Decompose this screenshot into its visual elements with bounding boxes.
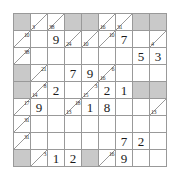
clue-cell-r8-c1: 3 — [31, 150, 48, 167]
digit: 5 — [133, 48, 149, 64]
digit-cell-r5-c1[interactable]: 9 — [31, 99, 48, 116]
digit-cell-r8-c2[interactable]: 1 — [48, 150, 65, 167]
across-clue: 16 — [109, 151, 114, 157]
digit-cell-r7-c6[interactable]: 7 — [116, 133, 133, 150]
empty-cell-r1-c1[interactable] — [31, 31, 48, 48]
down-clue: 31 — [117, 24, 122, 30]
empty-cell-r6-c8[interactable] — [150, 116, 167, 133]
clue-cell-r8-c5: 16 — [99, 150, 116, 167]
empty-cell-r6-c2[interactable] — [48, 116, 65, 133]
block-cell-r4-c7 — [133, 82, 150, 99]
block-cell-r8-c0 — [14, 150, 31, 167]
digit: 3 — [150, 48, 166, 64]
empty-cell-r7-c1[interactable] — [31, 133, 48, 150]
clue-cell-r0-c1: 3 — [31, 14, 48, 31]
clue-cell-r3-c1: 21 — [31, 65, 48, 82]
empty-cell-r1-c7[interactable] — [133, 31, 150, 48]
digit: 7 — [116, 133, 132, 149]
empty-cell-r3-c2[interactable] — [48, 65, 65, 82]
down-clue: 15 — [83, 92, 88, 98]
empty-cell-r2-c4[interactable] — [82, 48, 99, 65]
digit: 8 — [99, 99, 115, 115]
digit: 9 — [48, 31, 64, 47]
digit: 9 — [82, 65, 98, 81]
digit-cell-r4-c6[interactable]: 1 — [116, 82, 133, 99]
clue-cell-r1-c3: 24 — [65, 31, 82, 48]
digit: 9 — [31, 99, 47, 115]
clue-cell-r4-c4: 315 — [82, 82, 99, 99]
empty-cell-r7-c2[interactable] — [48, 133, 65, 150]
digit-cell-r7-c7[interactable]: 2 — [133, 133, 150, 150]
empty-cell-r5-c7[interactable] — [133, 99, 150, 116]
across-clue: 10 — [109, 32, 114, 38]
clue-cell-r5-c3: 1813 — [65, 99, 82, 116]
clue-cell-r1-c5: 10 — [99, 31, 116, 48]
block-cell-r0-c0 — [14, 14, 31, 31]
digit-cell-r8-c6[interactable]: 9 — [116, 150, 133, 167]
down-clue: 14 — [32, 92, 37, 98]
across-clue: 38 — [24, 49, 29, 55]
down-clue: 38 — [49, 24, 54, 30]
block-cell-r0-c4 — [82, 14, 99, 31]
digit-cell-r5-c4[interactable]: 1 — [82, 99, 99, 116]
down-clue: 3 — [32, 24, 35, 30]
across-clue: 10 — [24, 32, 29, 38]
digit: 2 — [65, 150, 81, 166]
block-cell-r8-c4 — [82, 150, 99, 167]
across-clue: 21 — [41, 66, 46, 72]
digit-cell-r4-c5[interactable]: 2 — [99, 82, 116, 99]
down-clue: 16 — [100, 24, 105, 30]
empty-cell-r7-c4[interactable] — [82, 133, 99, 150]
empty-cell-r3-c8[interactable] — [150, 65, 167, 82]
block-cell-r0-c7 — [133, 14, 150, 31]
digit-cell-r2-c7[interactable]: 5 — [133, 48, 150, 65]
block-cell-r0-c3 — [65, 14, 82, 31]
digit-cell-r1-c2[interactable]: 9 — [48, 31, 65, 48]
empty-cell-r2-c3[interactable] — [65, 48, 82, 65]
digit: 1 — [48, 150, 64, 166]
empty-cell-r6-c3[interactable] — [65, 116, 82, 133]
block-cell-r3-c0 — [14, 65, 31, 82]
empty-cell-r6-c6[interactable] — [116, 116, 133, 133]
digit: 2 — [48, 82, 64, 98]
clue-cell-r4-c1: 814 — [31, 82, 48, 99]
digit-cell-r2-c8[interactable]: 3 — [150, 48, 167, 65]
clue-cell-r6-c0: 31 — [14, 116, 31, 133]
empty-cell-r5-c6[interactable] — [116, 99, 133, 116]
empty-cell-r7-c3[interactable] — [65, 133, 82, 150]
across-clue: 3 — [44, 151, 47, 157]
across-clue: 3 — [95, 83, 98, 89]
empty-cell-r3-c7[interactable] — [133, 65, 150, 82]
kakuro-board: 3381631109241010743853217961681423152117… — [13, 13, 167, 167]
digit: 2 — [99, 82, 115, 98]
empty-cell-r6-c4[interactable] — [82, 116, 99, 133]
digit-cell-r5-c5[interactable]: 8 — [99, 99, 116, 116]
empty-cell-r3-c6[interactable] — [116, 65, 133, 82]
empty-cell-r7-c8[interactable] — [150, 133, 167, 150]
block-cell-r4-c0 — [14, 82, 31, 99]
block-cell-r4-c8 — [150, 82, 167, 99]
clue-cell-r3-c5: 616 — [99, 65, 116, 82]
block-cell-r0-c8 — [150, 14, 167, 31]
empty-cell-r7-c5[interactable] — [99, 133, 116, 150]
down-clue: 4 — [151, 41, 154, 47]
empty-cell-r4-c3[interactable] — [65, 82, 82, 99]
digit: 9 — [116, 150, 132, 166]
digit: 7 — [116, 31, 132, 47]
clue-cell-r5-c0: 17 — [14, 99, 31, 116]
down-clue: 16 — [100, 75, 105, 81]
across-clue: 8 — [44, 83, 47, 89]
empty-cell-r6-c7[interactable] — [133, 116, 150, 133]
clue-cell-r1-c8: 4 — [150, 31, 167, 48]
empty-cell-r6-c1[interactable] — [31, 116, 48, 133]
digit: 1 — [82, 99, 98, 115]
down-clue: 24 — [66, 41, 71, 47]
clue-cell-r2-c0: 38 — [14, 48, 31, 65]
down-clue: 13 — [151, 109, 156, 115]
empty-cell-r2-c2[interactable] — [48, 48, 65, 65]
empty-cell-r6-c5[interactable] — [99, 116, 116, 133]
clue-cell-r1-c0: 10 — [14, 31, 31, 48]
clue-cell-r7-c0: 31 — [14, 133, 31, 150]
down-clue: 10 — [83, 41, 88, 47]
across-clue: 31 — [24, 117, 29, 123]
empty-cell-r2-c6[interactable] — [116, 48, 133, 65]
digit: 2 — [133, 133, 149, 149]
digit-cell-r3-c4[interactable]: 9 — [82, 65, 99, 82]
digit-cell-r3-c3[interactable]: 7 — [65, 65, 82, 82]
clue-cell-r0-c2: 38 — [48, 14, 65, 31]
clue-cell-r0-c6: 31 — [116, 14, 133, 31]
across-clue: 31 — [24, 134, 29, 140]
across-clue: 17 — [24, 100, 29, 106]
empty-cell-r2-c1[interactable] — [31, 48, 48, 65]
empty-cell-r2-c5[interactable] — [99, 48, 116, 65]
across-clue: 18 — [75, 100, 80, 106]
across-clue: 6 — [112, 66, 115, 72]
empty-cell-r8-c7[interactable] — [133, 150, 150, 167]
digit-cell-r4-c2[interactable]: 2 — [48, 82, 65, 99]
clue-cell-r1-c4: 10 — [82, 31, 99, 48]
digit-cell-r8-c3[interactable]: 2 — [65, 150, 82, 167]
down-clue: 13 — [66, 109, 71, 115]
digit: 7 — [65, 65, 81, 81]
digit-cell-r1-c6[interactable]: 7 — [116, 31, 133, 48]
empty-cell-r8-c8[interactable] — [150, 150, 167, 167]
empty-cell-r5-c2[interactable] — [48, 99, 65, 116]
clue-cell-r0-c5: 16 — [99, 14, 116, 31]
digit: 1 — [116, 82, 132, 98]
clue-cell-r5-c8: 13 — [150, 99, 167, 116]
